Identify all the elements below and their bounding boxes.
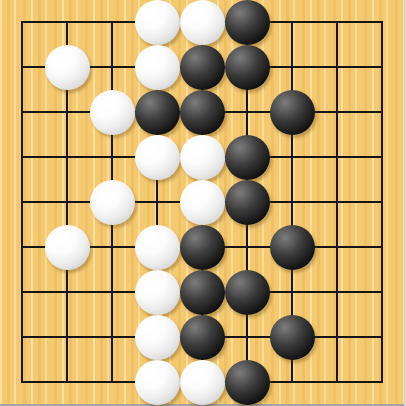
- intersection-g8[interactable]: [270, 45, 315, 90]
- intersection-c4[interactable]: [90, 225, 135, 270]
- black-stone[interactable]: [270, 315, 315, 360]
- intersection-h1[interactable]: [315, 360, 360, 405]
- intersection-a7[interactable]: [0, 90, 45, 135]
- intersection-d6[interactable]: [135, 135, 180, 180]
- black-stone[interactable]: [225, 180, 270, 225]
- intersection-g7[interactable]: [270, 90, 315, 135]
- black-stone[interactable]: [225, 45, 270, 90]
- intersection-e8[interactable]: [180, 45, 225, 90]
- white-stone[interactable]: [135, 270, 180, 315]
- black-stone[interactable]: [270, 90, 315, 135]
- intersection-e7[interactable]: [180, 90, 225, 135]
- intersection-d9[interactable]: [135, 0, 180, 45]
- intersection-h2[interactable]: [315, 315, 360, 360]
- intersection-c5[interactable]: [90, 180, 135, 225]
- intersection-c8[interactable]: [90, 45, 135, 90]
- intersection-g9[interactable]: [270, 0, 315, 45]
- white-stone[interactable]: [90, 90, 135, 135]
- intersection-g6[interactable]: [270, 135, 315, 180]
- intersection-d5[interactable]: [135, 180, 180, 225]
- black-stone[interactable]: [180, 315, 225, 360]
- intersection-d4[interactable]: [135, 225, 180, 270]
- intersection-d8[interactable]: [135, 45, 180, 90]
- intersection-j8[interactable]: [360, 45, 405, 90]
- intersection-d3[interactable]: [135, 270, 180, 315]
- intersection-j5[interactable]: [360, 180, 405, 225]
- intersection-j4[interactable]: [360, 225, 405, 270]
- black-stone[interactable]: [135, 90, 180, 135]
- intersection-j6[interactable]: [360, 135, 405, 180]
- white-stone[interactable]: [45, 45, 90, 90]
- intersection-e4[interactable]: [180, 225, 225, 270]
- white-stone[interactable]: [90, 180, 135, 225]
- black-stone[interactable]: [180, 225, 225, 270]
- black-stone[interactable]: [225, 0, 270, 45]
- intersection-j7[interactable]: [360, 90, 405, 135]
- intersection-h5[interactable]: [315, 180, 360, 225]
- black-stone[interactable]: [180, 90, 225, 135]
- intersection-c3[interactable]: [90, 270, 135, 315]
- intersection-a3[interactable]: [0, 270, 45, 315]
- intersection-a4[interactable]: [0, 225, 45, 270]
- intersection-c1[interactable]: [90, 360, 135, 405]
- intersection-b5[interactable]: [45, 180, 90, 225]
- intersection-f4[interactable]: [225, 225, 270, 270]
- board-cells: [0, 0, 405, 405]
- intersection-a6[interactable]: [0, 135, 45, 180]
- intersection-e5[interactable]: [180, 180, 225, 225]
- go-board: [0, 0, 406, 406]
- intersection-e2[interactable]: [180, 315, 225, 360]
- intersection-a2[interactable]: [0, 315, 45, 360]
- intersection-g5[interactable]: [270, 180, 315, 225]
- intersection-d2[interactable]: [135, 315, 180, 360]
- white-stone[interactable]: [180, 135, 225, 180]
- intersection-a8[interactable]: [0, 45, 45, 90]
- intersection-h9[interactable]: [315, 0, 360, 45]
- intersection-j9[interactable]: [360, 0, 405, 45]
- intersection-e6[interactable]: [180, 135, 225, 180]
- intersection-g3[interactable]: [270, 270, 315, 315]
- intersection-c9[interactable]: [90, 0, 135, 45]
- black-stone[interactable]: [225, 360, 270, 405]
- white-stone[interactable]: [135, 135, 180, 180]
- white-stone[interactable]: [135, 45, 180, 90]
- intersection-f9[interactable]: [225, 0, 270, 45]
- intersection-c7[interactable]: [90, 90, 135, 135]
- intersection-h4[interactable]: [315, 225, 360, 270]
- black-stone[interactable]: [225, 270, 270, 315]
- intersection-g2[interactable]: [270, 315, 315, 360]
- intersection-j2[interactable]: [360, 315, 405, 360]
- intersection-b3[interactable]: [45, 270, 90, 315]
- white-stone[interactable]: [180, 180, 225, 225]
- intersection-e1[interactable]: [180, 360, 225, 405]
- intersection-f6[interactable]: [225, 135, 270, 180]
- black-stone[interactable]: [180, 45, 225, 90]
- intersection-f8[interactable]: [225, 45, 270, 90]
- intersection-a1[interactable]: [0, 360, 45, 405]
- intersection-b6[interactable]: [45, 135, 90, 180]
- intersection-b1[interactable]: [45, 360, 90, 405]
- intersection-h8[interactable]: [315, 45, 360, 90]
- white-stone[interactable]: [135, 225, 180, 270]
- intersection-h3[interactable]: [315, 270, 360, 315]
- intersection-c6[interactable]: [90, 135, 135, 180]
- intersection-d7[interactable]: [135, 90, 180, 135]
- black-stone[interactable]: [180, 270, 225, 315]
- intersection-g1[interactable]: [270, 360, 315, 405]
- intersection-g4[interactable]: [270, 225, 315, 270]
- intersection-b9[interactable]: [45, 0, 90, 45]
- intersection-a5[interactable]: [0, 180, 45, 225]
- intersection-e3[interactable]: [180, 270, 225, 315]
- intersection-h6[interactable]: [315, 135, 360, 180]
- intersection-e9[interactable]: [180, 0, 225, 45]
- intersection-b8[interactable]: [45, 45, 90, 90]
- black-stone[interactable]: [225, 135, 270, 180]
- intersection-b4[interactable]: [45, 225, 90, 270]
- white-stone[interactable]: [180, 360, 225, 405]
- intersection-f7[interactable]: [225, 90, 270, 135]
- intersection-d1[interactable]: [135, 360, 180, 405]
- intersection-j1[interactable]: [360, 360, 405, 405]
- black-stone[interactable]: [270, 225, 315, 270]
- intersection-a9[interactable]: [0, 0, 45, 45]
- intersection-b2[interactable]: [45, 315, 90, 360]
- white-stone[interactable]: [135, 315, 180, 360]
- white-stone[interactable]: [135, 360, 180, 405]
- intersection-f1[interactable]: [225, 360, 270, 405]
- white-stone[interactable]: [135, 0, 180, 45]
- intersection-f2[interactable]: [225, 315, 270, 360]
- intersection-f3[interactable]: [225, 270, 270, 315]
- intersection-f5[interactable]: [225, 180, 270, 225]
- intersection-h7[interactable]: [315, 90, 360, 135]
- intersection-j3[interactable]: [360, 270, 405, 315]
- intersection-c2[interactable]: [90, 315, 135, 360]
- intersection-b7[interactable]: [45, 90, 90, 135]
- white-stone[interactable]: [180, 0, 225, 45]
- white-stone[interactable]: [45, 225, 90, 270]
